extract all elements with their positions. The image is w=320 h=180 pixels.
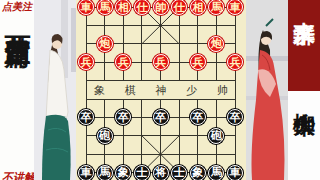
piece-red-兵[interactable]: 兵	[227, 54, 243, 70]
piece-black-卒[interactable]: 卒	[153, 109, 169, 125]
piece-black-象[interactable]: 象	[190, 165, 206, 180]
piece-red-兵[interactable]: 兵	[153, 54, 169, 70]
piece-black-砲[interactable]: 砲	[208, 128, 224, 144]
piece-red-仕[interactable]: 仕	[134, 0, 150, 15]
bottom-red-stamp: 不讲解	[2, 171, 35, 180]
xiangqi-board: 象 棋 神 少 帅 車馬相仕帥仕相馬車炮炮兵兵兵兵兵卒卒卒卒卒砲砲車馬象士将士象…	[76, 0, 246, 180]
right-character-figure-icon	[246, 0, 288, 180]
player-bottom-box: 柳大华	[288, 91, 320, 180]
piece-black-象[interactable]: 象	[115, 165, 131, 180]
piece-black-馬[interactable]: 馬	[97, 165, 113, 180]
piece-black-卒[interactable]: 卒	[190, 109, 206, 125]
piece-black-車[interactable]: 車	[227, 165, 243, 180]
piece-black-馬[interactable]: 馬	[208, 165, 224, 180]
piece-red-車[interactable]: 車	[227, 0, 243, 15]
piece-black-砲[interactable]: 砲	[97, 128, 113, 144]
series-title: 西楚霸王篇	[0, 15, 34, 25]
piece-red-車[interactable]: 車	[78, 0, 94, 15]
piece-black-士[interactable]: 士	[134, 165, 150, 180]
right-character-art	[246, 0, 288, 180]
piece-black-士[interactable]: 士	[171, 165, 187, 180]
player-bottom-name: 柳大华	[288, 95, 320, 180]
piece-red-相[interactable]: 相	[190, 0, 206, 15]
left-title-panel: 点美注 西楚霸王篇 不讲解	[0, 0, 34, 180]
player-top-box: 李来群	[288, 0, 320, 91]
piece-red-馬[interactable]: 馬	[97, 0, 113, 15]
piece-red-帥[interactable]: 帥	[153, 0, 169, 15]
piece-red-兵[interactable]: 兵	[115, 54, 131, 70]
board-grid: 車馬相仕帥仕相馬車炮炮兵兵兵兵兵卒卒卒卒卒砲砲車馬象士将士象馬車	[77, 0, 245, 180]
piece-red-炮[interactable]: 炮	[208, 36, 224, 52]
piece-red-仕[interactable]: 仕	[171, 0, 187, 15]
piece-black-将[interactable]: 将	[153, 165, 169, 180]
piece-black-卒[interactable]: 卒	[78, 109, 94, 125]
top-red-stamp: 点美注	[2, 1, 32, 13]
piece-red-兵[interactable]: 兵	[78, 54, 94, 70]
piece-black-卒[interactable]: 卒	[227, 109, 243, 125]
left-character-figure-icon	[34, 0, 76, 180]
piece-red-兵[interactable]: 兵	[190, 54, 206, 70]
player-top-name: 李来群	[288, 4, 320, 91]
players-panel: 李来群 柳大华	[288, 0, 320, 180]
piece-black-車[interactable]: 車	[78, 165, 94, 180]
piece-red-馬[interactable]: 馬	[208, 0, 224, 15]
piece-red-炮[interactable]: 炮	[97, 36, 113, 52]
piece-red-相[interactable]: 相	[115, 0, 131, 15]
video-thumbnail: 点美注 西楚霸王篇 不讲解 象 棋 神 少 帅 車馬相仕帥仕相馬車炮炮兵兵兵	[0, 0, 320, 180]
piece-black-卒[interactable]: 卒	[115, 109, 131, 125]
left-character-art	[34, 0, 76, 180]
